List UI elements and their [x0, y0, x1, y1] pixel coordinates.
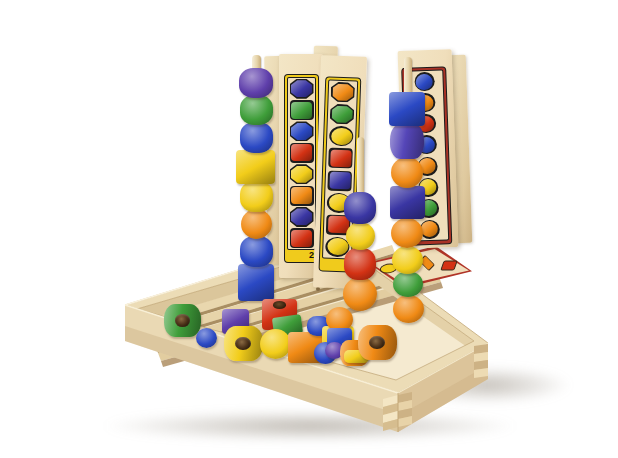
card-frame: 2: [285, 75, 318, 262]
rod-middle-bead-4-indigo-barrel[interactable]: [344, 192, 376, 224]
tray-bead-yellow-cylinder[interactable]: [224, 326, 263, 361]
rod-middle-bead-1-orange-sphere[interactable]: [343, 277, 377, 311]
tray-bead-yellow-sphere[interactable]: [260, 329, 291, 359]
tray-bead-blue-sphere[interactable]: [196, 328, 217, 348]
rod-left-bead-6-blue-barrel[interactable]: [240, 122, 273, 153]
card-shape-blue-circle: [414, 72, 435, 92]
card-shape-fill: [291, 144, 312, 161]
card-shape-fill: [332, 83, 354, 101]
rod-right-bead-6-orange-sphere[interactable]: [391, 157, 423, 188]
card-shape-red-square: [328, 148, 353, 169]
bead-hole: [235, 337, 251, 350]
rod-right-bead-7-violet-cylinder[interactable]: [390, 124, 424, 159]
card-shape-fill: [291, 166, 312, 183]
card-sequence: [288, 78, 315, 249]
card-shape-fill: [291, 187, 312, 204]
card-shape-fill: [330, 150, 352, 168]
rod-left-bead-3-orange-sphere[interactable]: [241, 209, 272, 239]
card-shape-fill: [291, 80, 312, 97]
card-shape-red-square: [290, 228, 314, 248]
card-shape-yellow-octagon: [290, 164, 314, 184]
rod-right-bead-2-green-sphere[interactable]: [393, 271, 423, 297]
card-shape-green-square: [290, 100, 314, 120]
rod-middle-bead-3-yellow-sphere[interactable]: [346, 222, 375, 250]
card-shape-orange-square: [290, 186, 314, 206]
card-shape-fill: [327, 238, 349, 256]
rod-right-bead-5-indigo-cube[interactable]: [390, 186, 425, 219]
card-shape-fill: [330, 127, 352, 145]
rod-right-bead-8-blue-cube[interactable]: [389, 92, 425, 126]
card-shape-indigo-square: [327, 170, 352, 191]
rod-right-bead-3-yellow-sphere[interactable]: [392, 246, 423, 274]
tray-bead-orange-cylinder[interactable]: [358, 325, 397, 360]
bead-sequencing-set-photo: 23: [0, 0, 618, 458]
card-shape-orange-octagon: [330, 82, 355, 103]
rod-middle-bead-2-red-barrel[interactable]: [344, 248, 376, 280]
card-shape-fill: [421, 221, 439, 238]
rod-left-bead-7-green-barrel[interactable]: [240, 95, 273, 125]
flat-shape-red-square: [440, 261, 458, 271]
card-shape-fill: [291, 230, 312, 247]
card-shape-fill: [331, 105, 353, 123]
rod-left-bead-1-blue-cube[interactable]: [238, 264, 274, 301]
bead-hole: [175, 314, 190, 327]
card-shape-blue-octagon: [290, 121, 314, 141]
rod-left-bead-4-yellow-barrel[interactable]: [240, 181, 273, 212]
bead-hole: [273, 301, 286, 308]
tray-bead-green-cylinder[interactable]: [164, 304, 201, 337]
card-shape-fill: [291, 208, 312, 225]
rod-left-bead-2-blue-barrel[interactable]: [240, 236, 273, 267]
rod-right-bead-4-orange-sphere[interactable]: [391, 218, 423, 248]
card-shape-indigo-octagon: [290, 79, 314, 99]
rod-right-bead-1-orange-sphere[interactable]: [393, 295, 424, 323]
card-shape-fill: [291, 123, 312, 140]
card-shape-fill: [291, 102, 312, 119]
card-shape-yellow-circle: [329, 126, 354, 147]
card-shape-fill: [415, 73, 433, 90]
rod-left-bead-5-yellow-cube[interactable]: [236, 150, 275, 184]
card-shape-indigo-octagon: [290, 207, 314, 227]
card-shape-red-square: [290, 143, 314, 163]
rod-left-bead-8-purple-barrel[interactable]: [239, 68, 273, 98]
bead-hole: [369, 336, 385, 349]
card-shape-fill: [329, 172, 351, 190]
card-shape-green-octagon: [330, 104, 355, 125]
